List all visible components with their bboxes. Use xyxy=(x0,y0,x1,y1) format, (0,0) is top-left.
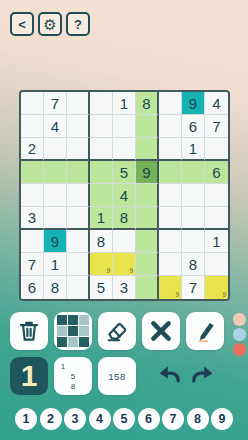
delete-button[interactable] xyxy=(10,312,48,350)
number-button-7[interactable]: 7 xyxy=(162,408,184,430)
cell-r7c7[interactable] xyxy=(159,230,182,253)
cell-r2c6[interactable] xyxy=(136,115,159,138)
number-button-1[interactable]: 1 xyxy=(15,408,37,430)
corner-marks-button[interactable]: 158 xyxy=(54,357,92,395)
cell-r1c6[interactable]: 8 xyxy=(136,92,159,115)
cell-r6c4[interactable]: 1 xyxy=(90,207,113,230)
color-dot-3[interactable] xyxy=(233,343,246,356)
eraser-icon xyxy=(104,318,130,344)
sudoku-app: < ⚙ ? 71894467215964318981719986853979 xyxy=(0,0,248,440)
cell-r6c8[interactable] xyxy=(182,207,205,230)
sudoku-board: 71894467215964318981719986853979 xyxy=(19,90,230,301)
cell-r3c2[interactable] xyxy=(44,138,67,161)
number-pad: 123456789 xyxy=(0,408,248,430)
color-grid-icon xyxy=(57,315,89,347)
cell-r6c7[interactable] xyxy=(159,207,182,230)
cell-r2c9[interactable]: 7 xyxy=(205,115,228,138)
tools-toolbar xyxy=(10,312,246,356)
cell-r8c9[interactable] xyxy=(205,253,228,276)
top-toolbar: < ⚙ ? xyxy=(10,12,90,36)
cell-r4c9[interactable]: 6 xyxy=(205,161,228,184)
cell-r3c7[interactable] xyxy=(159,138,182,161)
cell-r5c1[interactable] xyxy=(21,184,44,207)
palette-button[interactable] xyxy=(54,312,92,350)
redo-button[interactable] xyxy=(189,363,216,390)
number-button-8[interactable]: 8 xyxy=(187,408,209,430)
cell-r1c3[interactable] xyxy=(67,92,90,115)
cell-r1c8[interactable]: 9 xyxy=(182,92,205,115)
cell-r3c5[interactable] xyxy=(113,138,136,161)
help-button[interactable]: ? xyxy=(66,12,90,36)
cell-r4c7[interactable] xyxy=(159,161,182,184)
cell-r4c1[interactable] xyxy=(21,161,44,184)
cell-r8c6[interactable] xyxy=(136,253,159,276)
back-chevron-icon: < xyxy=(18,18,26,31)
cell-r3c9[interactable] xyxy=(205,138,228,161)
color-dot-1[interactable] xyxy=(233,313,246,326)
pen-button[interactable] xyxy=(186,312,224,350)
cell-r2c4[interactable] xyxy=(90,115,113,138)
cell-r2c3[interactable] xyxy=(67,115,90,138)
cell-r4c5[interactable]: 5 xyxy=(113,161,136,184)
selected-number-button[interactable]: 1 xyxy=(10,357,48,395)
cell-r2c7[interactable] xyxy=(159,115,182,138)
cell-r5c6[interactable] xyxy=(136,184,159,207)
cell-r7c8[interactable] xyxy=(182,230,205,253)
cell-r8c8[interactable]: 8 xyxy=(182,253,205,276)
cell-r6c2[interactable] xyxy=(44,207,67,230)
redo-icon xyxy=(189,363,216,390)
cell-r4c4[interactable] xyxy=(90,161,113,184)
cell-r5c2[interactable] xyxy=(44,184,67,207)
cell-r4c6[interactable]: 9 xyxy=(136,161,159,184)
gear-icon: ⚙ xyxy=(43,17,56,32)
clear-button[interactable] xyxy=(142,312,180,350)
cell-r7c2[interactable]: 9 xyxy=(44,230,67,253)
cell-r9c5[interactable]: 3 xyxy=(113,276,136,299)
cell-r4c3[interactable] xyxy=(67,161,90,184)
cell-r9c2[interactable]: 8 xyxy=(44,276,67,299)
cell-r1c9[interactable]: 4 xyxy=(205,92,228,115)
cell-r4c8[interactable] xyxy=(182,161,205,184)
cell-r1c1[interactable] xyxy=(21,92,44,115)
cell-r5c8[interactable] xyxy=(182,184,205,207)
cell-r2c5[interactable] xyxy=(113,115,136,138)
pen-icon xyxy=(192,318,218,344)
selected-number-label: 1 xyxy=(21,361,38,391)
number-button-4[interactable]: 4 xyxy=(89,408,111,430)
cell-r8c1[interactable]: 7 xyxy=(21,253,44,276)
number-button-5[interactable]: 5 xyxy=(113,408,135,430)
cell-r5c5[interactable]: 4 xyxy=(113,184,136,207)
settings-button[interactable]: ⚙ xyxy=(38,12,62,36)
entry-row: 1 158 158 xyxy=(10,357,216,395)
cell-r2c2[interactable]: 4 xyxy=(44,115,67,138)
cell-r2c8[interactable]: 6 xyxy=(182,115,205,138)
eraser-button[interactable] xyxy=(98,312,136,350)
cell-r5c7[interactable] xyxy=(159,184,182,207)
cell-r9c6[interactable] xyxy=(136,276,159,299)
back-button[interactable]: < xyxy=(10,12,34,36)
corner-marks-grid: 158 xyxy=(58,361,88,391)
cell-r6c5[interactable]: 8 xyxy=(113,207,136,230)
cell-r9c7[interactable]: 9 xyxy=(159,276,182,299)
cell-r7c4[interactable]: 8 xyxy=(90,230,113,253)
undo-button[interactable] xyxy=(156,363,183,390)
cell-r8c7[interactable] xyxy=(159,253,182,276)
cell-r8c3[interactable] xyxy=(67,253,90,276)
cell-r9c3[interactable] xyxy=(67,276,90,299)
cell-r6c6[interactable] xyxy=(136,207,159,230)
cell-r3c3[interactable] xyxy=(67,138,90,161)
number-button-9[interactable]: 9 xyxy=(211,408,233,430)
undo-icon xyxy=(156,363,183,390)
cell-r7c1[interactable] xyxy=(21,230,44,253)
cell-r9c4[interactable]: 5 xyxy=(90,276,113,299)
cell-r1c2[interactable]: 7 xyxy=(44,92,67,115)
cell-r7c6[interactable] xyxy=(136,230,159,253)
color-dot-2[interactable] xyxy=(233,328,246,341)
color-dots xyxy=(233,312,246,356)
cell-r6c3[interactable] xyxy=(67,207,90,230)
cell-r9c1[interactable]: 6 xyxy=(21,276,44,299)
cell-r7c9[interactable]: 1 xyxy=(205,230,228,253)
question-icon: ? xyxy=(74,18,82,31)
center-marks-label: 158 xyxy=(108,371,125,382)
cell-r1c7[interactable] xyxy=(159,92,182,115)
trash-icon xyxy=(16,318,42,344)
cell-r6c9[interactable] xyxy=(205,207,228,230)
cell-r2c1[interactable] xyxy=(21,115,44,138)
cell-r5c3[interactable] xyxy=(67,184,90,207)
center-marks-button[interactable]: 158 xyxy=(98,357,136,395)
number-button-3[interactable]: 3 xyxy=(64,408,86,430)
cell-r1c4[interactable] xyxy=(90,92,113,115)
cell-r5c4[interactable] xyxy=(90,184,113,207)
cell-r3c8[interactable]: 1 xyxy=(182,138,205,161)
x-icon xyxy=(148,318,174,344)
cell-r9c8[interactable]: 7 xyxy=(182,276,205,299)
cell-r5c9[interactable] xyxy=(205,184,228,207)
cell-r3c6[interactable] xyxy=(136,138,159,161)
cell-r3c4[interactable] xyxy=(90,138,113,161)
number-button-2[interactable]: 2 xyxy=(40,408,62,430)
cell-r7c5[interactable] xyxy=(113,230,136,253)
cell-r4c2[interactable] xyxy=(44,161,67,184)
cell-r7c3[interactable] xyxy=(67,230,90,253)
cell-r3c1[interactable]: 2 xyxy=(21,138,44,161)
cell-r9c9[interactable]: 9 xyxy=(205,276,228,299)
cell-r8c2[interactable]: 1 xyxy=(44,253,67,276)
number-button-6[interactable]: 6 xyxy=(138,408,160,430)
cell-r6c1[interactable]: 3 xyxy=(21,207,44,230)
cell-r1c5[interactable]: 1 xyxy=(113,92,136,115)
cell-r8c4[interactable]: 9 xyxy=(90,253,113,276)
cell-r8c5[interactable]: 9 xyxy=(113,253,136,276)
